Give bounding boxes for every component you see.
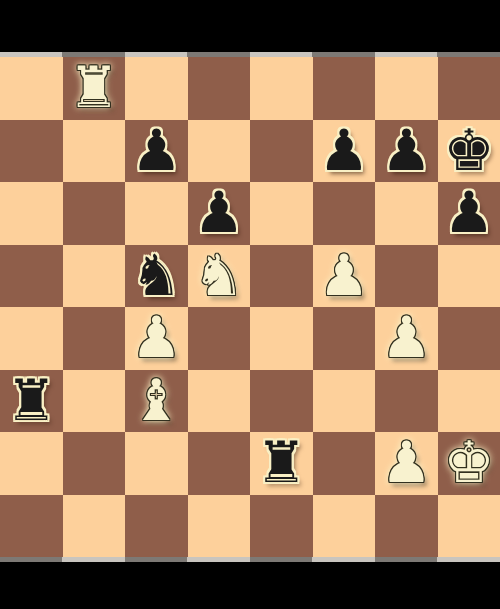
chess-app-window: ♜♟♟♟♚♟♟♞♞♟♟♟♜♝♜♟♚	[0, 0, 500, 609]
square-g4[interactable]: ♟	[375, 307, 438, 370]
square-g6[interactable]	[375, 182, 438, 245]
square-b2[interactable]	[63, 432, 126, 495]
black-pawn-icon[interactable]: ♟	[131, 119, 182, 181]
chess-board: ♜♟♟♟♚♟♟♞♞♟♟♟♜♝♜♟♚	[0, 57, 500, 557]
square-a1[interactable]	[0, 495, 63, 558]
square-b5[interactable]	[63, 245, 126, 308]
square-d5[interactable]: ♞	[188, 245, 251, 308]
square-c7[interactable]: ♟	[125, 120, 188, 183]
black-pawn-icon[interactable]: ♟	[193, 181, 244, 243]
square-h5[interactable]	[438, 245, 500, 308]
bottom-letterbox	[0, 562, 500, 609]
black-pawn-icon[interactable]: ♟	[443, 181, 494, 243]
square-d1[interactable]	[188, 495, 251, 558]
white-rook-icon[interactable]: ♜	[68, 56, 119, 118]
square-h1[interactable]	[438, 495, 500, 558]
square-g2[interactable]: ♟	[375, 432, 438, 495]
black-pawn-icon[interactable]: ♟	[381, 119, 432, 181]
square-a4[interactable]	[0, 307, 63, 370]
square-b8[interactable]: ♜	[63, 57, 126, 120]
square-b4[interactable]	[63, 307, 126, 370]
square-g1[interactable]	[375, 495, 438, 558]
square-c4[interactable]: ♟	[125, 307, 188, 370]
square-a5[interactable]	[0, 245, 63, 308]
square-c6[interactable]	[125, 182, 188, 245]
square-e2[interactable]: ♜	[250, 432, 313, 495]
square-c1[interactable]	[125, 495, 188, 558]
square-g7[interactable]: ♟	[375, 120, 438, 183]
square-h8[interactable]	[438, 57, 500, 120]
square-f6[interactable]	[313, 182, 376, 245]
white-knight-icon[interactable]: ♞	[193, 244, 244, 306]
square-b6[interactable]	[63, 182, 126, 245]
square-f4[interactable]	[313, 307, 376, 370]
white-pawn-icon[interactable]: ♟	[131, 306, 182, 368]
square-e3[interactable]	[250, 370, 313, 433]
white-king-icon[interactable]: ♚	[443, 431, 494, 493]
white-pawn-icon[interactable]: ♟	[318, 244, 369, 306]
square-c5[interactable]: ♞	[125, 245, 188, 308]
white-pawn-icon[interactable]: ♟	[381, 431, 432, 493]
square-f8[interactable]	[313, 57, 376, 120]
square-e6[interactable]	[250, 182, 313, 245]
square-g8[interactable]	[375, 57, 438, 120]
square-e7[interactable]	[250, 120, 313, 183]
black-knight-icon[interactable]: ♞	[131, 244, 182, 306]
square-a3[interactable]: ♜	[0, 370, 63, 433]
square-g3[interactable]	[375, 370, 438, 433]
square-f3[interactable]	[313, 370, 376, 433]
black-king-icon[interactable]: ♚	[443, 119, 494, 181]
square-e4[interactable]	[250, 307, 313, 370]
square-a6[interactable]	[0, 182, 63, 245]
square-h4[interactable]	[438, 307, 500, 370]
square-a8[interactable]	[0, 57, 63, 120]
square-e8[interactable]	[250, 57, 313, 120]
square-d6[interactable]: ♟	[188, 182, 251, 245]
square-h7[interactable]: ♚	[438, 120, 500, 183]
square-a7[interactable]	[0, 120, 63, 183]
square-a2[interactable]	[0, 432, 63, 495]
square-d2[interactable]	[188, 432, 251, 495]
square-e1[interactable]	[250, 495, 313, 558]
square-h6[interactable]: ♟	[438, 182, 500, 245]
top-letterbox	[0, 0, 500, 52]
black-rook-icon[interactable]: ♜	[256, 431, 307, 493]
square-d8[interactable]	[188, 57, 251, 120]
white-pawn-icon[interactable]: ♟	[381, 306, 432, 368]
square-e5[interactable]	[250, 245, 313, 308]
square-g5[interactable]	[375, 245, 438, 308]
square-h3[interactable]	[438, 370, 500, 433]
square-d7[interactable]	[188, 120, 251, 183]
square-f7[interactable]: ♟	[313, 120, 376, 183]
square-c2[interactable]	[125, 432, 188, 495]
square-d3[interactable]	[188, 370, 251, 433]
white-bishop-icon[interactable]: ♝	[131, 369, 182, 431]
square-c8[interactable]	[125, 57, 188, 120]
black-rook-icon[interactable]: ♜	[6, 369, 57, 431]
square-h2[interactable]: ♚	[438, 432, 500, 495]
black-pawn-icon[interactable]: ♟	[318, 119, 369, 181]
square-c3[interactable]: ♝	[125, 370, 188, 433]
square-b7[interactable]	[63, 120, 126, 183]
square-f5[interactable]: ♟	[313, 245, 376, 308]
square-b1[interactable]	[63, 495, 126, 558]
square-b3[interactable]	[63, 370, 126, 433]
square-d4[interactable]	[188, 307, 251, 370]
square-f1[interactable]	[313, 495, 376, 558]
square-f2[interactable]	[313, 432, 376, 495]
